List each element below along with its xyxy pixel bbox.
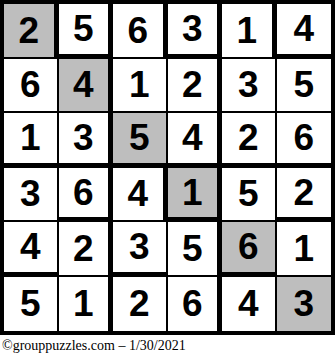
cell-r1c0: 6 xyxy=(4,59,59,114)
cell-r2c0: 1 xyxy=(4,113,59,168)
cell-r4c1: 2 xyxy=(59,222,114,277)
cell-r3c4: 5 xyxy=(222,168,277,223)
cell-r3c1: 6 xyxy=(59,168,114,223)
cell-r0c4: 1 xyxy=(222,4,277,59)
copyright-footer: ©grouppuzzles.com – 1/30/2021 xyxy=(0,335,335,357)
cell-r2c2: 5 xyxy=(113,113,168,168)
cell-r3c5: 2 xyxy=(277,168,332,223)
cell-r0c1: 5 xyxy=(59,4,114,59)
cell-r3c3: 1 xyxy=(168,168,223,223)
cell-r0c2: 6 xyxy=(113,4,168,59)
cell-r4c2: 3 xyxy=(113,222,168,277)
cell-r5c0: 5 xyxy=(4,277,59,332)
cell-r4c4: 6 xyxy=(222,222,277,277)
cell-r0c3: 3 xyxy=(168,4,223,59)
cell-r5c4: 4 xyxy=(222,277,277,332)
cell-r2c4: 2 xyxy=(222,113,277,168)
cell-r5c5: 3 xyxy=(277,277,332,332)
cell-r3c0: 3 xyxy=(4,168,59,223)
cell-r4c0: 4 xyxy=(4,222,59,277)
cell-r1c5: 5 xyxy=(277,59,332,114)
cell-r5c3: 6 xyxy=(168,277,223,332)
cell-r0c0: 2 xyxy=(4,4,59,59)
cell-r0c5: 4 xyxy=(277,4,332,59)
cell-r2c5: 6 xyxy=(277,113,332,168)
cell-r1c3: 2 xyxy=(168,59,223,114)
cell-r2c3: 4 xyxy=(168,113,223,168)
sudoku-board: 256314641235135426364152423561512643 xyxy=(0,0,335,335)
cell-r1c4: 3 xyxy=(222,59,277,114)
cell-r5c1: 1 xyxy=(59,277,114,332)
cell-r1c2: 1 xyxy=(113,59,168,114)
cell-r5c2: 2 xyxy=(113,277,168,332)
cell-r3c2: 4 xyxy=(113,168,168,223)
cell-r2c1: 3 xyxy=(59,113,114,168)
cell-r4c3: 5 xyxy=(168,222,223,277)
cell-r4c5: 1 xyxy=(277,222,332,277)
cell-r1c1: 4 xyxy=(59,59,114,114)
